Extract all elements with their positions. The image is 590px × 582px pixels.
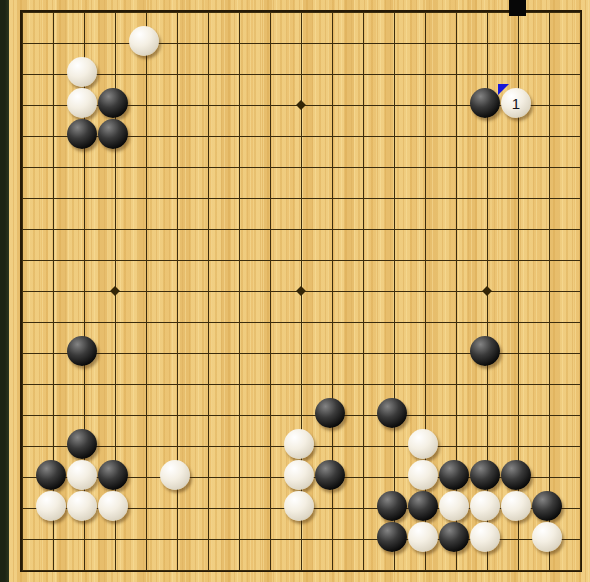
board-intersection[interactable]: [471, 337, 502, 368]
stone-black[interactable]: [315, 398, 345, 428]
stone-black[interactable]: [439, 522, 469, 552]
board-intersection[interactable]: [502, 492, 533, 523]
board-intersection[interactable]: [68, 430, 99, 461]
board-intersection[interactable]: [471, 461, 502, 492]
stone-white[interactable]: [470, 491, 500, 521]
board-intersection[interactable]: [409, 492, 440, 523]
stone-black[interactable]: [470, 460, 500, 490]
go-board[interactable]: 1: [0, 0, 590, 582]
board-intersection[interactable]: [316, 461, 347, 492]
stone-black[interactable]: [98, 88, 128, 118]
board-intersection[interactable]: [68, 492, 99, 523]
stone-white[interactable]: [532, 522, 562, 552]
board-intersection[interactable]: [471, 492, 502, 523]
board-intersection[interactable]: [409, 461, 440, 492]
board-intersection[interactable]: [471, 523, 502, 554]
board-intersection[interactable]: [409, 523, 440, 554]
board-intersection[interactable]: [285, 492, 316, 523]
stone-white[interactable]: [67, 57, 97, 87]
stone-white[interactable]: [160, 460, 190, 490]
stone-white[interactable]: [284, 491, 314, 521]
stone-black[interactable]: [36, 460, 66, 490]
board-intersection[interactable]: [285, 461, 316, 492]
stone-white[interactable]: [284, 429, 314, 459]
stone-white[interactable]: [408, 460, 438, 490]
stone-white[interactable]: [67, 491, 97, 521]
stone-black[interactable]: [439, 460, 469, 490]
board-intersection[interactable]: [440, 461, 471, 492]
stone-white[interactable]: [284, 460, 314, 490]
board-intersection[interactable]: [130, 27, 161, 58]
stone-white[interactable]: [408, 429, 438, 459]
stone-black[interactable]: [377, 398, 407, 428]
go-board-window: 1: [0, 0, 590, 582]
stone-white[interactable]: [98, 491, 128, 521]
stone-white[interactable]: [470, 522, 500, 552]
board-intersection[interactable]: [378, 399, 409, 430]
board-intersection[interactable]: [68, 58, 99, 89]
stone-black[interactable]: [98, 119, 128, 149]
stone-black[interactable]: [408, 491, 438, 521]
stones-layer[interactable]: 1: [6, 0, 590, 582]
stone-black[interactable]: [532, 491, 562, 521]
board-intersection[interactable]: [285, 430, 316, 461]
board-intersection[interactable]: [37, 461, 68, 492]
stone-black[interactable]: [315, 460, 345, 490]
stone-white[interactable]: [408, 522, 438, 552]
board-intersection[interactable]: [409, 430, 440, 461]
board-intersection[interactable]: [316, 399, 347, 430]
board-intersection[interactable]: [99, 89, 130, 120]
board-intersection[interactable]: [161, 461, 192, 492]
stone-white[interactable]: [129, 26, 159, 56]
board-intersection[interactable]: [502, 0, 533, 27]
stone-black[interactable]: [98, 460, 128, 490]
stone-white[interactable]: 1: [501, 88, 531, 118]
board-intersection[interactable]: [99, 492, 130, 523]
board-intersection[interactable]: [37, 492, 68, 523]
stone-black[interactable]: [470, 88, 500, 118]
board-intersection[interactable]: [533, 523, 564, 554]
board-intersection[interactable]: [502, 461, 533, 492]
board-intersection[interactable]: [378, 492, 409, 523]
board-intersection[interactable]: [99, 120, 130, 151]
stone-white[interactable]: [67, 88, 97, 118]
annotation-triangle-icon: [498, 84, 509, 95]
stone-black[interactable]: [67, 336, 97, 366]
stone-black[interactable]: [377, 522, 407, 552]
board-intersection[interactable]: [378, 523, 409, 554]
board-intersection[interactable]: [68, 120, 99, 151]
board-intersection[interactable]: [440, 523, 471, 554]
board-intersection[interactable]: [68, 89, 99, 120]
board-intersection[interactable]: [440, 492, 471, 523]
stone-white[interactable]: [501, 491, 531, 521]
square-marker-icon: [509, 0, 526, 16]
stone-white[interactable]: [67, 460, 97, 490]
board-intersection[interactable]: [68, 337, 99, 368]
stone-black[interactable]: [470, 336, 500, 366]
stone-black[interactable]: [501, 460, 531, 490]
board-intersection[interactable]: [533, 492, 564, 523]
stone-black[interactable]: [67, 429, 97, 459]
stone-white[interactable]: [36, 491, 66, 521]
board-intersection[interactable]: [99, 461, 130, 492]
board-intersection[interactable]: 1: [502, 89, 533, 120]
board-intersection[interactable]: [68, 461, 99, 492]
stone-black[interactable]: [377, 491, 407, 521]
stone-white[interactable]: [439, 491, 469, 521]
stone-black[interactable]: [67, 119, 97, 149]
